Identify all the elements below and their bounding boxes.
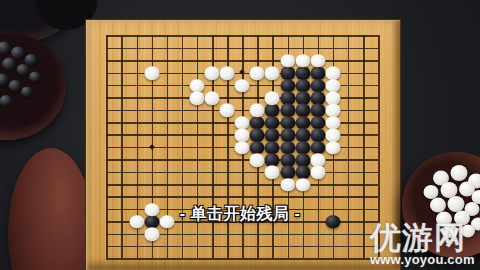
black-bowl-stone [9,80,22,92]
white-stone [310,54,325,68]
black-bowl-stone [21,87,33,98]
white-stone [250,67,265,81]
star-point [149,144,155,150]
watermark-site-name: 优游网 [370,222,480,253]
star-point [239,70,245,76]
black-stone [325,215,340,229]
white-stone [310,166,325,180]
white-stone [220,104,235,118]
white-stone [280,178,295,192]
white-stone [205,91,220,105]
black-bowl-stone [2,58,16,71]
grid-line-h [106,196,378,198]
grid-line-v [348,35,350,258]
white-stone [325,141,340,155]
red-bowl [8,148,94,270]
game-splash-screen: - 单击开始残局 - 优游网 www.yoyou.com [0,0,480,270]
start-banner[interactable]: - 单击开始残局 - [162,205,318,223]
black-bowl-stone [11,47,25,60]
white-stone [189,91,204,105]
white-stone [220,67,235,81]
white-stone [250,153,265,167]
white-stone [295,178,310,192]
black-bowl-stone [17,64,30,76]
grid-line-h [106,246,378,248]
white-stone [295,54,310,68]
white-bowl-stone [451,165,468,181]
white-stone [265,67,280,81]
white-stone [235,141,250,155]
black-bowl-stone [29,72,41,83]
black-bowl-stone [0,95,13,107]
white-stone [235,79,250,93]
watermark: 优游网 www.yoyou.com [370,222,480,267]
go-board[interactable] [86,20,400,270]
white-stone [144,228,159,242]
white-bowl-stone [430,198,446,213]
grid-line-v [363,35,365,258]
white-stone [144,203,159,217]
white-stone [144,67,159,81]
watermark-url: www.yoyou.com [370,253,480,267]
white-stone [280,54,295,68]
grid-line-h [106,159,378,161]
grid-line-h [106,184,378,186]
white-stone [129,215,144,229]
white-stone [205,67,220,81]
white-stone [265,166,280,180]
white-stone [265,91,280,105]
grid-line-h [106,258,378,260]
grid-line-h [106,172,378,174]
white-stone [250,104,265,118]
